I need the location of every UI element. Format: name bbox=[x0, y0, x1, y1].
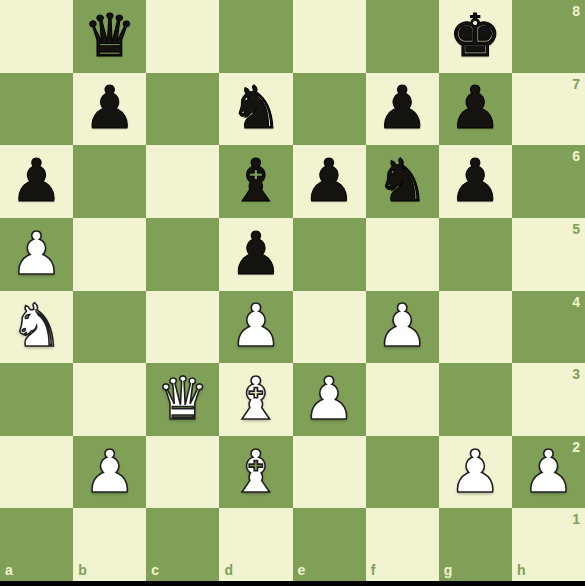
black-pawn[interactable]: ♟ bbox=[229, 224, 282, 283]
square-d2[interactable]: ♝ bbox=[219, 436, 292, 509]
square-e5[interactable] bbox=[293, 218, 366, 291]
square-a8[interactable] bbox=[0, 0, 73, 73]
square-h8[interactable]: 8 bbox=[512, 0, 585, 73]
square-c3[interactable]: ♛ bbox=[146, 363, 219, 436]
black-knight[interactable]: ♞ bbox=[376, 151, 429, 210]
rank-label-1: 1 bbox=[572, 512, 580, 526]
white-pawn[interactable]: ♟ bbox=[303, 369, 356, 428]
rank-label-6: 6 bbox=[572, 149, 580, 163]
square-h2[interactable]: 2♟ bbox=[512, 436, 585, 509]
square-c4[interactable] bbox=[146, 291, 219, 364]
square-h6[interactable]: 6 bbox=[512, 145, 585, 218]
black-knight[interactable]: ♞ bbox=[229, 78, 282, 137]
white-knight[interactable]: ♞ bbox=[10, 296, 63, 355]
square-g4[interactable] bbox=[439, 291, 512, 364]
square-c6[interactable] bbox=[146, 145, 219, 218]
square-a3[interactable] bbox=[0, 363, 73, 436]
square-c7[interactable] bbox=[146, 73, 219, 146]
square-h5[interactable]: 5 bbox=[512, 218, 585, 291]
file-label-a: a bbox=[5, 563, 13, 577]
square-b4[interactable] bbox=[73, 291, 146, 364]
chess-board: ♛♚8♟♞♟♟7♟♝♟♞♟6♟♟5♞♟♟4♛♝♟3♟♝♟2♟abcdefg1h bbox=[0, 0, 585, 581]
square-c1[interactable]: c bbox=[146, 508, 219, 581]
square-g2[interactable]: ♟ bbox=[439, 436, 512, 509]
square-e4[interactable] bbox=[293, 291, 366, 364]
black-pawn[interactable]: ♟ bbox=[376, 78, 429, 137]
square-c8[interactable] bbox=[146, 0, 219, 73]
square-b1[interactable]: b bbox=[73, 508, 146, 581]
square-b7[interactable]: ♟ bbox=[73, 73, 146, 146]
file-label-e: e bbox=[298, 563, 306, 577]
square-e8[interactable] bbox=[293, 0, 366, 73]
rank-label-4: 4 bbox=[572, 295, 580, 309]
square-b5[interactable] bbox=[73, 218, 146, 291]
square-c5[interactable] bbox=[146, 218, 219, 291]
square-g6[interactable]: ♟ bbox=[439, 145, 512, 218]
rank-label-5: 5 bbox=[572, 222, 580, 236]
white-bishop[interactable]: ♝ bbox=[229, 369, 282, 428]
white-pawn[interactable]: ♟ bbox=[83, 442, 136, 501]
square-a7[interactable] bbox=[0, 73, 73, 146]
square-f2[interactable] bbox=[366, 436, 439, 509]
file-label-c: c bbox=[151, 563, 159, 577]
square-d7[interactable]: ♞ bbox=[219, 73, 292, 146]
white-pawn[interactable]: ♟ bbox=[449, 442, 502, 501]
square-d8[interactable] bbox=[219, 0, 292, 73]
square-a5[interactable]: ♟ bbox=[0, 218, 73, 291]
square-b2[interactable]: ♟ bbox=[73, 436, 146, 509]
square-g3[interactable] bbox=[439, 363, 512, 436]
rank-label-8: 8 bbox=[572, 4, 580, 18]
black-pawn[interactable]: ♟ bbox=[303, 151, 356, 210]
square-e6[interactable]: ♟ bbox=[293, 145, 366, 218]
square-d6[interactable]: ♝ bbox=[219, 145, 292, 218]
square-f8[interactable] bbox=[366, 0, 439, 73]
square-b8[interactable]: ♛ bbox=[73, 0, 146, 73]
black-king[interactable]: ♚ bbox=[449, 6, 502, 65]
square-f5[interactable] bbox=[366, 218, 439, 291]
square-a4[interactable]: ♞ bbox=[0, 291, 73, 364]
square-b3[interactable] bbox=[73, 363, 146, 436]
square-a6[interactable]: ♟ bbox=[0, 145, 73, 218]
square-c2[interactable] bbox=[146, 436, 219, 509]
file-label-d: d bbox=[224, 563, 233, 577]
file-label-b: b bbox=[78, 563, 87, 577]
white-pawn[interactable]: ♟ bbox=[229, 296, 282, 355]
square-g8[interactable]: ♚ bbox=[439, 0, 512, 73]
rank-label-3: 3 bbox=[572, 367, 580, 381]
square-f3[interactable] bbox=[366, 363, 439, 436]
white-pawn[interactable]: ♟ bbox=[10, 224, 63, 283]
file-label-g: g bbox=[444, 563, 453, 577]
square-g1[interactable]: g bbox=[439, 508, 512, 581]
black-bishop[interactable]: ♝ bbox=[229, 151, 282, 210]
square-d5[interactable]: ♟ bbox=[219, 218, 292, 291]
black-pawn[interactable]: ♟ bbox=[83, 78, 136, 137]
white-pawn[interactable]: ♟ bbox=[376, 296, 429, 355]
square-h4[interactable]: 4 bbox=[512, 291, 585, 364]
bottom-edge-bar bbox=[0, 581, 585, 586]
square-e7[interactable] bbox=[293, 73, 366, 146]
square-d1[interactable]: d bbox=[219, 508, 292, 581]
square-f6[interactable]: ♞ bbox=[366, 145, 439, 218]
file-label-h: h bbox=[517, 563, 526, 577]
black-queen[interactable]: ♛ bbox=[83, 6, 136, 65]
black-pawn[interactable]: ♟ bbox=[449, 151, 502, 210]
file-label-f: f bbox=[371, 563, 376, 577]
square-a1[interactable]: a bbox=[0, 508, 73, 581]
square-g5[interactable] bbox=[439, 218, 512, 291]
square-e2[interactable] bbox=[293, 436, 366, 509]
square-h1[interactable]: 1h bbox=[512, 508, 585, 581]
square-d4[interactable]: ♟ bbox=[219, 291, 292, 364]
white-queen[interactable]: ♛ bbox=[156, 369, 209, 428]
square-h3[interactable]: 3 bbox=[512, 363, 585, 436]
square-a2[interactable] bbox=[0, 436, 73, 509]
square-d3[interactable]: ♝ bbox=[219, 363, 292, 436]
rank-label-7: 7 bbox=[572, 77, 580, 91]
square-f7[interactable]: ♟ bbox=[366, 73, 439, 146]
square-b6[interactable] bbox=[73, 145, 146, 218]
black-pawn[interactable]: ♟ bbox=[449, 78, 502, 137]
square-e3[interactable]: ♟ bbox=[293, 363, 366, 436]
chessboard-screenshot: ♛♚8♟♞♟♟7♟♝♟♞♟6♟♟5♞♟♟4♛♝♟3♟♝♟2♟abcdefg1h bbox=[0, 0, 585, 586]
square-f1[interactable]: f bbox=[366, 508, 439, 581]
square-e1[interactable]: e bbox=[293, 508, 366, 581]
white-pawn[interactable]: ♟ bbox=[522, 442, 575, 501]
black-pawn[interactable]: ♟ bbox=[10, 151, 63, 210]
white-bishop[interactable]: ♝ bbox=[229, 442, 282, 501]
square-h7[interactable]: 7 bbox=[512, 73, 585, 146]
square-f4[interactable]: ♟ bbox=[366, 291, 439, 364]
square-g7[interactable]: ♟ bbox=[439, 73, 512, 146]
